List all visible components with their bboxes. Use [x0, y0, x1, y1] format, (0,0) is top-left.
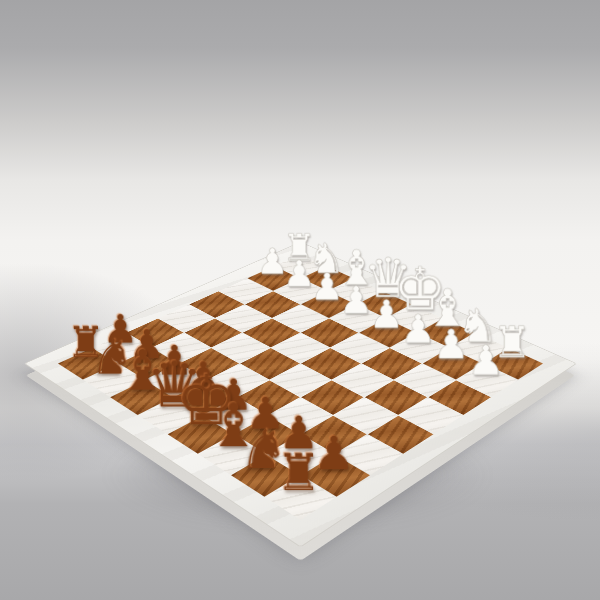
brown-rook-piece: ♜ — [274, 447, 324, 498]
photo-background: ♜♞♝♛♚♝♞♜♟♟♟♟♟♟♟♟♟♟♟♟♟♟♟♟♜♞♝♛♚♝♞♜ — [0, 0, 600, 600]
white-pawn-piece: ♟ — [465, 340, 508, 381]
